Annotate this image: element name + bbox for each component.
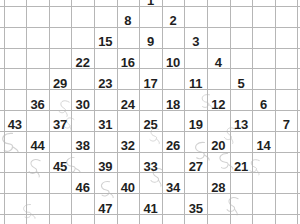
grid-vline	[184, 0, 185, 224]
grid-cell-number-26: 26	[166, 139, 180, 152]
number-grid-board: 1821593221610429231711536302418126433731…	[0, 0, 300, 224]
grid-cell-number-38: 38	[76, 139, 90, 152]
grid-hline	[0, 110, 300, 111]
grid-vline	[117, 0, 118, 224]
grid-cell-number-15: 15	[98, 35, 112, 48]
grid-cell-number-16: 16	[121, 56, 135, 69]
grid-vline	[297, 0, 298, 224]
grid-vline	[4, 0, 5, 224]
watermark-squiggle	[25, 156, 45, 182]
grid-cell-number-47: 47	[98, 201, 112, 214]
grid-cell-number-7: 7	[283, 118, 290, 131]
grid-vline	[71, 0, 72, 224]
grid-cell-number-17: 17	[143, 76, 157, 89]
grid-cell-number-12: 12	[211, 97, 225, 110]
grid-cell-number-18: 18	[166, 97, 180, 110]
grid-cell-number-33: 33	[143, 160, 157, 173]
grid-cell-number-34: 34	[166, 180, 180, 193]
grid-hline	[0, 152, 300, 153]
grid-cell-number-19: 19	[189, 118, 203, 131]
grid-hline	[0, 193, 300, 194]
grid-vline	[49, 0, 50, 224]
grid-cell-number-41: 41	[143, 201, 157, 214]
grid-cell-number-9: 9	[147, 35, 154, 48]
grid-cell-number-36: 36	[30, 97, 44, 110]
grid-cell-number-31: 31	[98, 118, 112, 131]
grid-cell-number-29: 29	[53, 76, 67, 89]
grid-cell-number-24: 24	[121, 97, 135, 110]
grid-cell-number-45: 45	[53, 160, 67, 173]
watermark-squiggle	[20, 201, 38, 224]
grid-cell-number-11: 11	[189, 76, 202, 89]
grid-vline	[252, 0, 253, 224]
grid-hline	[0, 27, 300, 28]
grid-vline	[94, 0, 95, 224]
grid-cell-number-32: 32	[121, 139, 135, 152]
grid-cell-number-23: 23	[98, 76, 112, 89]
grid-vline	[162, 0, 163, 224]
grid-cell-number-8: 8	[124, 14, 131, 27]
grid-cell-number-21: 21	[234, 160, 248, 173]
watermark-squiggle	[223, 194, 243, 220]
grid-vline	[139, 0, 140, 224]
grid-cell-number-30: 30	[76, 97, 90, 110]
grid-hline	[0, 68, 300, 69]
grid-cell-number-43: 43	[8, 118, 22, 131]
grid-cell-number-40: 40	[121, 180, 135, 193]
grid-cell-number-20: 20	[211, 139, 225, 152]
grid-cell-number-5: 5	[237, 76, 244, 89]
grid-cell-number-25: 25	[143, 118, 157, 131]
grid-cell-number-35: 35	[189, 201, 203, 214]
grid-cell-number-14: 14	[257, 139, 271, 152]
grid-vline	[275, 0, 276, 224]
grid-vline	[230, 0, 231, 224]
grid-cell-number-46: 46	[76, 180, 90, 193]
watermark-squiggle	[246, 157, 263, 180]
grid-cell-number-39: 39	[98, 160, 112, 173]
grid-cell-number-37: 37	[53, 118, 67, 131]
grid-cell-number-28: 28	[211, 180, 225, 193]
grid-cell-number-3: 3	[192, 35, 199, 48]
grid-cell-number-1: 1	[147, 0, 154, 6]
grid-cell-number-44: 44	[30, 139, 44, 152]
grid-vline	[207, 0, 208, 224]
grid-cell-number-13: 13	[234, 118, 248, 131]
grid-cell-number-4: 4	[215, 56, 222, 69]
grid-cell-number-10: 10	[166, 56, 180, 69]
grid-cell-number-2: 2	[170, 14, 177, 27]
grid-cell-number-6: 6	[260, 97, 267, 110]
grid-cell-number-27: 27	[189, 160, 203, 173]
grid-cell-number-22: 22	[76, 56, 90, 69]
grid-vline	[26, 0, 27, 224]
